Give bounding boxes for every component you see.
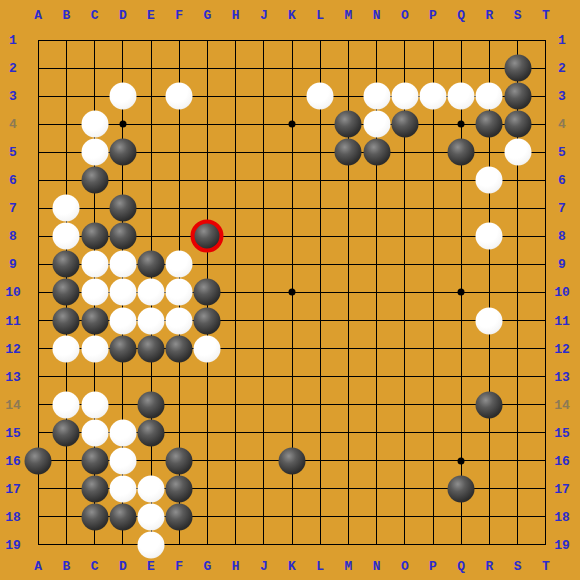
black-stone-B9 bbox=[53, 251, 80, 278]
white-stone-C15 bbox=[81, 419, 108, 446]
row-label-left-1: 1 bbox=[9, 34, 17, 47]
row-label-left-14: 14 bbox=[5, 398, 21, 411]
white-stone-F9 bbox=[166, 251, 193, 278]
row-label-left-18: 18 bbox=[5, 510, 21, 523]
grid-line-vertical bbox=[433, 40, 434, 546]
black-stone-G10 bbox=[194, 279, 221, 306]
column-label-bottom-Q: Q bbox=[457, 560, 465, 573]
row-label-right-16: 16 bbox=[554, 454, 570, 467]
column-label-bottom-K: K bbox=[288, 560, 296, 573]
black-stone-C16 bbox=[81, 447, 108, 474]
white-stone-N3 bbox=[363, 83, 390, 110]
black-stone-Q5 bbox=[448, 139, 475, 166]
black-stone-A16 bbox=[25, 447, 52, 474]
white-stone-D11 bbox=[109, 307, 136, 334]
row-label-right-8: 8 bbox=[558, 230, 566, 243]
black-stone-S3 bbox=[504, 83, 531, 110]
white-stone-Q3 bbox=[448, 83, 475, 110]
black-stone-R4 bbox=[476, 111, 503, 138]
row-label-right-5: 5 bbox=[558, 146, 566, 159]
row-label-right-11: 11 bbox=[554, 314, 570, 327]
white-stone-C10 bbox=[81, 279, 108, 306]
black-stone-D5 bbox=[109, 139, 136, 166]
column-label-bottom-S: S bbox=[514, 560, 522, 573]
row-label-left-7: 7 bbox=[9, 202, 17, 215]
star-point-Q4 bbox=[458, 121, 465, 128]
white-stone-E11 bbox=[138, 307, 165, 334]
white-stone-C12 bbox=[81, 335, 108, 362]
black-stone-C11 bbox=[81, 307, 108, 334]
white-stone-D15 bbox=[109, 419, 136, 446]
black-stone-F16 bbox=[166, 447, 193, 474]
star-point-Q10 bbox=[458, 289, 465, 296]
black-stone-F17 bbox=[166, 475, 193, 502]
star-point-K4 bbox=[289, 121, 296, 128]
row-label-left-6: 6 bbox=[9, 174, 17, 187]
column-label-bottom-C: C bbox=[91, 560, 99, 573]
column-label-top-B: B bbox=[62, 9, 70, 22]
column-label-top-S: S bbox=[514, 9, 522, 22]
white-stone-R3 bbox=[476, 83, 503, 110]
column-label-top-D: D bbox=[119, 9, 127, 22]
black-stone-F18 bbox=[166, 503, 193, 530]
row-label-right-18: 18 bbox=[554, 510, 570, 523]
white-stone-R8 bbox=[476, 223, 503, 250]
go-board-app: AABBCCDDEEFFGGHHJJKKLLMMNNOOPPQQRRSSTT11… bbox=[0, 0, 580, 580]
white-stone-C9 bbox=[81, 251, 108, 278]
row-label-left-11: 11 bbox=[5, 314, 21, 327]
column-label-bottom-N: N bbox=[373, 560, 381, 573]
star-point-K10 bbox=[289, 289, 296, 296]
white-stone-P3 bbox=[420, 83, 447, 110]
white-stone-C14 bbox=[81, 391, 108, 418]
row-label-right-12: 12 bbox=[554, 342, 570, 355]
row-label-right-7: 7 bbox=[558, 202, 566, 215]
column-label-bottom-B: B bbox=[62, 560, 70, 573]
column-label-top-K: K bbox=[288, 9, 296, 22]
column-label-top-Q: Q bbox=[457, 9, 465, 22]
column-label-bottom-G: G bbox=[203, 560, 211, 573]
grid-line-vertical bbox=[320, 40, 321, 546]
black-stone-C17 bbox=[81, 475, 108, 502]
row-label-right-19: 19 bbox=[554, 538, 570, 551]
column-label-bottom-E: E bbox=[147, 560, 155, 573]
black-stone-S4 bbox=[504, 111, 531, 138]
row-label-right-1: 1 bbox=[558, 34, 566, 47]
column-label-top-P: P bbox=[429, 9, 437, 22]
white-stone-D9 bbox=[109, 251, 136, 278]
black-stone-B11 bbox=[53, 307, 80, 334]
white-stone-B14 bbox=[53, 391, 80, 418]
white-stone-C4 bbox=[81, 111, 108, 138]
black-stone-O4 bbox=[391, 111, 418, 138]
row-label-left-8: 8 bbox=[9, 230, 17, 243]
column-label-top-H: H bbox=[232, 9, 240, 22]
white-stone-E18 bbox=[138, 503, 165, 530]
row-label-left-2: 2 bbox=[9, 62, 17, 75]
row-label-right-13: 13 bbox=[554, 370, 570, 383]
white-stone-G12 bbox=[194, 335, 221, 362]
white-stone-O3 bbox=[391, 83, 418, 110]
column-label-bottom-H: H bbox=[232, 560, 240, 573]
white-stone-R6 bbox=[476, 167, 503, 194]
column-label-bottom-J: J bbox=[260, 560, 268, 573]
row-label-left-10: 10 bbox=[5, 286, 21, 299]
column-label-top-A: A bbox=[34, 9, 42, 22]
black-stone-M4 bbox=[335, 111, 362, 138]
star-point-D4 bbox=[119, 121, 126, 128]
row-label-left-16: 16 bbox=[5, 454, 21, 467]
black-stone-D8 bbox=[109, 223, 136, 250]
row-label-right-6: 6 bbox=[558, 174, 566, 187]
black-stone-G11 bbox=[194, 307, 221, 334]
white-stone-N4 bbox=[363, 111, 390, 138]
row-label-left-15: 15 bbox=[5, 426, 21, 439]
black-stone-F12 bbox=[166, 335, 193, 362]
column-label-top-F: F bbox=[175, 9, 183, 22]
row-label-right-9: 9 bbox=[558, 258, 566, 271]
black-stone-B10 bbox=[53, 279, 80, 306]
white-stone-D3 bbox=[109, 83, 136, 110]
black-stone-D7 bbox=[109, 195, 136, 222]
white-stone-F11 bbox=[166, 307, 193, 334]
white-stone-D10 bbox=[109, 279, 136, 306]
black-stone-E15 bbox=[138, 419, 165, 446]
column-label-top-E: E bbox=[147, 9, 155, 22]
row-label-left-19: 19 bbox=[5, 538, 21, 551]
black-stone-M5 bbox=[335, 139, 362, 166]
white-stone-D16 bbox=[109, 447, 136, 474]
last-move-marker bbox=[191, 220, 224, 253]
column-label-bottom-M: M bbox=[344, 560, 352, 573]
white-stone-B8 bbox=[53, 223, 80, 250]
black-stone-K16 bbox=[279, 447, 306, 474]
row-label-left-12: 12 bbox=[5, 342, 21, 355]
star-point-Q16 bbox=[458, 457, 465, 464]
column-label-top-J: J bbox=[260, 9, 268, 22]
column-label-top-L: L bbox=[316, 9, 324, 22]
white-stone-E10 bbox=[138, 279, 165, 306]
row-label-right-4: 4 bbox=[558, 118, 566, 131]
black-stone-N5 bbox=[363, 139, 390, 166]
white-stone-B12 bbox=[53, 335, 80, 362]
column-label-bottom-T: T bbox=[542, 560, 550, 573]
black-stone-E9 bbox=[138, 251, 165, 278]
black-stone-E12 bbox=[138, 335, 165, 362]
row-label-right-17: 17 bbox=[554, 482, 570, 495]
white-stone-B7 bbox=[53, 195, 80, 222]
white-stone-E17 bbox=[138, 475, 165, 502]
row-label-left-5: 5 bbox=[9, 146, 17, 159]
grid-line-horizontal bbox=[38, 544, 547, 545]
white-stone-S5 bbox=[504, 139, 531, 166]
row-label-left-4: 4 bbox=[9, 118, 17, 131]
grid-line-horizontal bbox=[38, 404, 547, 405]
column-label-top-T: T bbox=[542, 9, 550, 22]
column-label-bottom-D: D bbox=[119, 560, 127, 573]
white-stone-E19 bbox=[138, 531, 165, 558]
white-stone-C5 bbox=[81, 139, 108, 166]
black-stone-S2 bbox=[504, 55, 531, 82]
grid-line-horizontal bbox=[38, 376, 547, 377]
black-stone-Q17 bbox=[448, 475, 475, 502]
white-stone-D17 bbox=[109, 475, 136, 502]
column-label-top-R: R bbox=[485, 9, 493, 22]
black-stone-C8 bbox=[81, 223, 108, 250]
black-stone-R14 bbox=[476, 391, 503, 418]
grid-line-vertical bbox=[545, 40, 546, 546]
column-label-top-N: N bbox=[373, 9, 381, 22]
row-label-right-10: 10 bbox=[554, 286, 570, 299]
black-stone-B15 bbox=[53, 419, 80, 446]
white-stone-R11 bbox=[476, 307, 503, 334]
column-label-bottom-P: P bbox=[429, 560, 437, 573]
white-stone-F3 bbox=[166, 83, 193, 110]
black-stone-E14 bbox=[138, 391, 165, 418]
column-label-bottom-L: L bbox=[316, 560, 324, 573]
column-label-bottom-F: F bbox=[175, 560, 183, 573]
row-label-right-2: 2 bbox=[558, 62, 566, 75]
column-label-top-G: G bbox=[203, 9, 211, 22]
column-label-bottom-O: O bbox=[401, 560, 409, 573]
black-stone-D18 bbox=[109, 503, 136, 530]
column-label-top-C: C bbox=[91, 9, 99, 22]
row-label-right-15: 15 bbox=[554, 426, 570, 439]
row-label-left-17: 17 bbox=[5, 482, 21, 495]
row-label-right-14: 14 bbox=[554, 398, 570, 411]
column-label-bottom-R: R bbox=[485, 560, 493, 573]
black-stone-D12 bbox=[109, 335, 136, 362]
white-stone-F10 bbox=[166, 279, 193, 306]
row-label-left-13: 13 bbox=[5, 370, 21, 383]
white-stone-L3 bbox=[307, 83, 334, 110]
row-label-right-3: 3 bbox=[558, 90, 566, 103]
black-stone-C6 bbox=[81, 167, 108, 194]
column-label-bottom-A: A bbox=[34, 560, 42, 573]
column-label-top-M: M bbox=[344, 9, 352, 22]
row-label-left-9: 9 bbox=[9, 258, 17, 271]
column-label-top-O: O bbox=[401, 9, 409, 22]
black-stone-C18 bbox=[81, 503, 108, 530]
row-label-left-3: 3 bbox=[9, 90, 17, 103]
